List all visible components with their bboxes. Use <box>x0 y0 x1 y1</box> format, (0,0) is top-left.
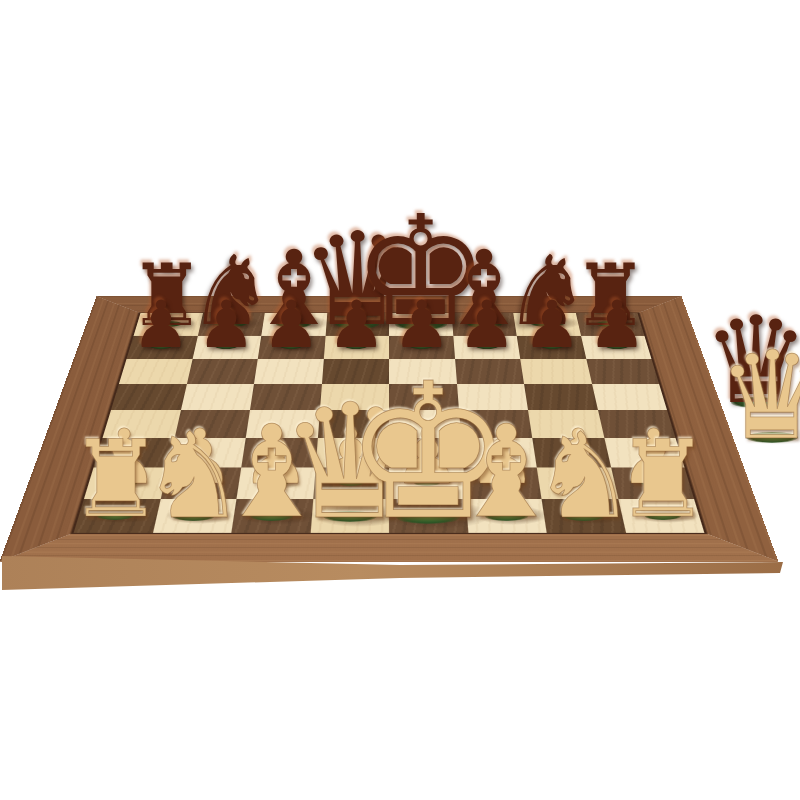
piece-black-pawn-b7[interactable]: ♟ <box>194 292 259 357</box>
piece-black-pawn-a7[interactable]: ♟ <box>128 292 193 357</box>
chessboard-product-photo: ♜♞♝♛♚♝♞♜♟♟♟♟♟♟♟♟♟♟♟♟♟♟♟♟♜♞♝♛♚♝♞♜♛♛ <box>0 0 800 800</box>
square-h6[interactable] <box>586 359 659 384</box>
square-b6[interactable] <box>186 359 257 384</box>
piece-black-pawn-h7[interactable]: ♟ <box>584 292 649 357</box>
square-a6[interactable] <box>119 359 192 384</box>
square-g6[interactable] <box>520 359 591 384</box>
piece-black-pawn-g7[interactable]: ♟ <box>519 292 584 357</box>
piece-black-pawn-c7[interactable]: ♟ <box>259 292 324 357</box>
piece-white-rook-h1[interactable]: ♜ <box>610 427 716 533</box>
spare-white-queen[interactable]: ♛ <box>711 335 800 457</box>
